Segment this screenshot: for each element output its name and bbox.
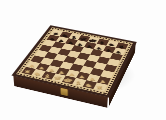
- black-bishop-c8: ♝: [69, 35, 77, 38]
- white-bishop-f1: ♝: [73, 81, 82, 85]
- white-bishop-c1: ♝: [42, 74, 51, 78]
- black-pawn-a7: ♟: [48, 37, 55, 40]
- black-rook-a8: ♜: [52, 32, 59, 35]
- square-h6: [110, 53, 123, 61]
- square-f3: [80, 66, 94, 74]
- black-king-e8: ♚: [87, 38, 97, 42]
- black-pawn-d7: ♟: [76, 43, 83, 46]
- square-g3: [90, 68, 104, 76]
- square-f4: [83, 60, 96, 68]
- black-pawn-h7: ♟: [114, 51, 121, 54]
- square-f2: ♟: [76, 72, 90, 80]
- brass-clasp-icon: [60, 88, 67, 96]
- black-bishop-f8: ♝: [97, 41, 105, 44]
- black-pawn-f7: ♟: [95, 47, 102, 50]
- white-pawn-g2: ♟: [88, 77, 95, 80]
- white-queen-d1: ♛: [52, 76, 62, 80]
- black-pawn-g7: ♟: [105, 49, 112, 52]
- square-d4: [64, 56, 77, 64]
- white-king-e1: ♚: [62, 78, 73, 83]
- square-b1: ♞: [31, 69, 45, 77]
- square-c3: [50, 60, 64, 68]
- square-c1: ♝: [41, 71, 55, 79]
- square-c2: ♟: [46, 65, 60, 73]
- square-a2: ♟: [26, 61, 40, 69]
- white-pawn-h2: ♟: [99, 80, 107, 83]
- black-pawn-c7: ♟: [67, 41, 74, 44]
- white-pawn-c2: ♟: [47, 69, 54, 72]
- square-h5: [107, 59, 120, 67]
- square-h2: ♟: [97, 76, 111, 85]
- black-queen-d8: ♛: [78, 37, 87, 41]
- square-d2: ♟: [56, 67, 70, 75]
- square-g4: [93, 62, 106, 70]
- black-knight-b8: ♞: [61, 34, 69, 37]
- white-rook-h1: ♜: [95, 86, 103, 90]
- black-pawn-b7: ♟: [57, 39, 64, 42]
- white-pawn-e2: ♟: [68, 73, 75, 76]
- square-h4: [104, 64, 117, 72]
- black-rook-h8: ♜: [117, 45, 125, 48]
- square-b2: ♟: [36, 63, 50, 71]
- square-f1: ♝: [72, 78, 86, 87]
- white-knight-b1: ♞: [33, 72, 42, 76]
- white-knight-g1: ♞: [84, 83, 93, 87]
- chess-set-photo: ♜♞♝♛♚♝♞♜♟♟♟♟♟♟♟♟♟♟♟♟♟♟♟♟♜♞♝♛♚♝♞♜: [0, 0, 166, 120]
- square-h3: [100, 70, 114, 78]
- black-pawn-e7: ♟: [86, 45, 93, 48]
- square-h1: ♜: [93, 82, 107, 91]
- white-pawn-a2: ♟: [28, 64, 35, 67]
- square-e3: [70, 64, 84, 72]
- black-knight-g8: ♞: [107, 43, 115, 46]
- square-e4: [73, 58, 86, 66]
- black-king-finial: [91, 38, 92, 39]
- square-g2: ♟: [86, 74, 100, 83]
- square-e1: ♚: [62, 76, 76, 85]
- square-g5: [97, 56, 110, 64]
- square-a1: ♜: [22, 67, 36, 75]
- square-e2: ♟: [66, 70, 80, 78]
- square-a3: [30, 55, 44, 63]
- white-pawn-f2: ♟: [78, 75, 85, 78]
- square-d1: ♛: [52, 73, 66, 81]
- square-g1: ♞: [83, 80, 97, 89]
- white-rook-a1: ♜: [23, 70, 31, 73]
- square-b3: [40, 57, 54, 65]
- square-f5: [87, 54, 100, 62]
- white-pawn-d2: ♟: [57, 71, 64, 74]
- chess-board: ♜♞♝♛♚♝♞♜♟♟♟♟♟♟♟♟♟♟♟♟♟♟♟♟♜♞♝♛♚♝♞♜: [11, 25, 136, 97]
- square-d3: [60, 62, 74, 70]
- white-pawn-b2: ♟: [38, 66, 45, 69]
